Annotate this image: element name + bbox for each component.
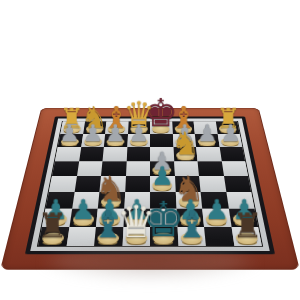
square-d6 [126, 147, 150, 161]
square-a4 [49, 176, 77, 192]
square-h1: ♜ [231, 227, 262, 246]
square-c7: ♟ [104, 134, 128, 147]
white-queen-d1: ♛ [116, 200, 156, 242]
square-h6 [219, 147, 245, 161]
square-d5 [126, 161, 151, 176]
square-f6: ♞ [173, 147, 197, 161]
black-pawn-a7: ♟ [59, 122, 80, 144]
square-e7 [150, 134, 173, 147]
white-rook-h1: ♜ [232, 210, 263, 242]
white-pawn-e4: ♟ [151, 165, 174, 189]
wooden-frame: ♜♞♝♛♚♝♜♟♟♟♟♟♟♟♞♟♟♞♞♟♟♟♟♟♟♟♜♝♛♚♝♜ [0, 108, 300, 270]
black-pawn-d7: ♟ [128, 122, 149, 144]
square-a5 [52, 161, 79, 176]
square-h7: ♟ [217, 134, 242, 147]
square-d1: ♛ [122, 227, 150, 246]
white-rook-a1: ♜ [37, 210, 68, 242]
square-h4 [224, 176, 252, 192]
square-b7: ♟ [81, 134, 105, 147]
board-silver-margin: ♜♞♝♛♚♝♜♟♟♟♟♟♟♟♞♟♟♞♞♟♟♟♟♟♟♟♜♝♛♚♝♜ [30, 118, 269, 251]
square-c6 [102, 147, 126, 161]
square-a6 [55, 147, 81, 161]
square-d4 [125, 176, 150, 192]
checkerboard-grid: ♜♞♝♛♚♝♜♟♟♟♟♟♟♟♞♟♟♞♞♟♟♟♟♟♟♟♜♝♛♚♝♜ [38, 121, 262, 246]
chess-board: ♜♞♝♛♚♝♜♟♟♟♟♟♟♟♞♟♟♞♞♟♟♟♟♟♟♟♜♝♛♚♝♜ [0, 108, 300, 270]
product-photo-stage: ♜♞♝♛♚♝♜♟♟♟♟♟♟♟♞♟♟♞♞♟♟♟♟♟♟♟♜♝♛♚♝♜ [0, 0, 300, 300]
square-b6 [79, 147, 104, 161]
square-a1: ♜ [38, 227, 69, 246]
black-pawn-h7: ♟ [220, 122, 241, 144]
black-pawn-c7: ♟ [105, 122, 126, 144]
black-knight-f6: ♞ [171, 128, 200, 158]
square-e4: ♟ [150, 176, 175, 192]
square-a7: ♟ [58, 134, 83, 147]
black-pawn-g7: ♟ [197, 122, 218, 144]
table-reflection [40, 248, 260, 282]
black-pawn-b7: ♟ [82, 122, 103, 144]
square-h5 [221, 161, 248, 176]
square-d7: ♟ [127, 134, 150, 147]
board-black-band: ♜♞♝♛♚♝♜♟♟♟♟♟♟♟♞♟♟♞♞♟♟♟♟♟♟♟♜♝♛♚♝♜ [25, 117, 275, 255]
